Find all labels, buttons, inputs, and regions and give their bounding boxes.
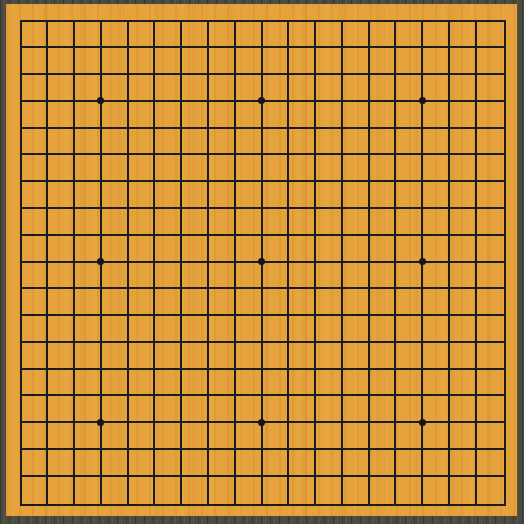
- grid-cell: [102, 48, 129, 75]
- grid-cell: [48, 155, 75, 182]
- grid-cell: [396, 236, 423, 263]
- grid-cell: [48, 48, 75, 75]
- grid-cell: [396, 316, 423, 343]
- grid-cell: [236, 423, 263, 450]
- grid-cell: [316, 209, 343, 236]
- grid-cell: [129, 22, 156, 49]
- grid-cell: [343, 209, 370, 236]
- grid-cell: [209, 316, 236, 343]
- grid-cell: [236, 370, 263, 397]
- grid-cell: [22, 423, 49, 450]
- grid-cell: [477, 22, 504, 49]
- grid-cell: [289, 450, 316, 477]
- grid-cell: [129, 48, 156, 75]
- grid-cell: [450, 129, 477, 156]
- grid-cell: [423, 129, 450, 156]
- grid-cell: [155, 75, 182, 102]
- grid-cell: [477, 370, 504, 397]
- grid-cell: [102, 236, 129, 263]
- grid-cell: [289, 236, 316, 263]
- grid-cell: [75, 22, 102, 49]
- grid-cell: [182, 182, 209, 209]
- grid-cell: [263, 450, 290, 477]
- grid-cell: [450, 48, 477, 75]
- grid-cell: [477, 236, 504, 263]
- grid-cell: [423, 155, 450, 182]
- grid-cell: [22, 343, 49, 370]
- grid-cell: [450, 343, 477, 370]
- grid-cell: [263, 22, 290, 49]
- grid-cell: [477, 263, 504, 290]
- grid-cell: [316, 370, 343, 397]
- grid-cell: [316, 48, 343, 75]
- grid-cell: [316, 396, 343, 423]
- grid-cell: [48, 209, 75, 236]
- grid-cell: [155, 370, 182, 397]
- grid-cell: [289, 75, 316, 102]
- grid-cell: [75, 289, 102, 316]
- grid-cell: [423, 316, 450, 343]
- grid-cell: [182, 48, 209, 75]
- grid-cell: [209, 289, 236, 316]
- grid-cell: [22, 370, 49, 397]
- grid-cell: [289, 155, 316, 182]
- grid-cell: [75, 450, 102, 477]
- grid-cell: [450, 155, 477, 182]
- grid-cell: [343, 75, 370, 102]
- grid-cell: [450, 236, 477, 263]
- grid-cell: [316, 236, 343, 263]
- grid-cell: [129, 450, 156, 477]
- grid-cell: [182, 263, 209, 290]
- grid-cell: [370, 450, 397, 477]
- grid-cell: [423, 343, 450, 370]
- grid-cell: [129, 343, 156, 370]
- grid-cell: [477, 75, 504, 102]
- grid-cell: [316, 450, 343, 477]
- grid-cell: [289, 102, 316, 129]
- grid-cell: [48, 477, 75, 504]
- grid-cell: [155, 450, 182, 477]
- grid-cell: [396, 22, 423, 49]
- grid-cell: [477, 289, 504, 316]
- grid-cell: [48, 22, 75, 49]
- grid-cell: [102, 209, 129, 236]
- grid-cell: [263, 423, 290, 450]
- grid-cell: [263, 316, 290, 343]
- grid-cell: [289, 423, 316, 450]
- grid-cell: [370, 343, 397, 370]
- grid-cell: [75, 102, 102, 129]
- grid-cell: [370, 263, 397, 290]
- grid-cell: [450, 370, 477, 397]
- grid-cell: [316, 75, 343, 102]
- grid-cell: [236, 396, 263, 423]
- grid-cell: [263, 289, 290, 316]
- grid-cell: [22, 289, 49, 316]
- grid-cell: [129, 155, 156, 182]
- grid-cell: [102, 263, 129, 290]
- grid-cell: [370, 182, 397, 209]
- grid-cell: [209, 182, 236, 209]
- grid-cell: [236, 450, 263, 477]
- grid-cell: [263, 477, 290, 504]
- grid-cell: [182, 396, 209, 423]
- grid-cell: [129, 370, 156, 397]
- grid-cell: [182, 129, 209, 156]
- grid-cell: [22, 477, 49, 504]
- grid-cell: [423, 22, 450, 49]
- grid-cell: [289, 289, 316, 316]
- grid-cell: [343, 370, 370, 397]
- grid-cell: [209, 263, 236, 290]
- grid-cell: [343, 316, 370, 343]
- grid-cell: [396, 477, 423, 504]
- grid-cell: [22, 22, 49, 49]
- grid-cell: [102, 316, 129, 343]
- grid-cell: [477, 102, 504, 129]
- grid-cell: [22, 450, 49, 477]
- grid-cell: [423, 75, 450, 102]
- grid-cell: [370, 209, 397, 236]
- grid-cell: [129, 129, 156, 156]
- grid-cell: [182, 289, 209, 316]
- grid-cell: [450, 396, 477, 423]
- grid-cell: [209, 450, 236, 477]
- grid-cell: [263, 182, 290, 209]
- grid-cell: [209, 48, 236, 75]
- grid-cell: [343, 236, 370, 263]
- grid-cell: [182, 370, 209, 397]
- grid: [20, 20, 506, 506]
- grid-cell: [236, 182, 263, 209]
- grid-cell: [423, 236, 450, 263]
- grid-cell: [48, 423, 75, 450]
- grid-cell: [396, 450, 423, 477]
- grid-cell: [263, 343, 290, 370]
- grid-cell: [289, 343, 316, 370]
- grid-cell: [343, 48, 370, 75]
- grid-cell: [450, 477, 477, 504]
- grid-cell: [209, 129, 236, 156]
- grid-cell: [450, 263, 477, 290]
- grid-cell: [423, 182, 450, 209]
- grid-cell: [423, 263, 450, 290]
- grid-cell: [370, 48, 397, 75]
- grid-cell: [343, 102, 370, 129]
- grid-cell: [450, 209, 477, 236]
- grid-cell: [263, 263, 290, 290]
- grid-cell: [423, 477, 450, 504]
- grid-cell: [236, 209, 263, 236]
- grid-cell: [102, 289, 129, 316]
- grid-cell: [370, 477, 397, 504]
- grid-cell: [75, 155, 102, 182]
- grid-cell: [316, 129, 343, 156]
- grid-cell: [316, 289, 343, 316]
- grid-cell: [22, 236, 49, 263]
- grid-cell: [75, 343, 102, 370]
- grid-cell: [129, 477, 156, 504]
- grid-cell: [236, 129, 263, 156]
- grid-cell: [263, 48, 290, 75]
- grid-cell: [48, 343, 75, 370]
- grid-cell: [263, 129, 290, 156]
- grid-cell: [423, 450, 450, 477]
- grid-cell: [343, 423, 370, 450]
- grid-cell: [102, 450, 129, 477]
- grid-cell: [370, 155, 397, 182]
- grid-cell: [182, 155, 209, 182]
- grid-cell: [129, 263, 156, 290]
- grid-cell: [450, 316, 477, 343]
- grid-cell: [155, 102, 182, 129]
- grid-cell: [22, 48, 49, 75]
- grid-cell: [343, 289, 370, 316]
- grid-cell: [396, 48, 423, 75]
- grid-cell: [450, 182, 477, 209]
- grid-cell: [129, 209, 156, 236]
- grid-cell: [182, 236, 209, 263]
- grid-cell: [102, 477, 129, 504]
- grid-cell: [102, 129, 129, 156]
- grid-cell: [182, 477, 209, 504]
- grid-cell: [22, 209, 49, 236]
- grid-cell: [289, 396, 316, 423]
- grid-cell: [48, 102, 75, 129]
- grid-cell: [236, 343, 263, 370]
- grid-cell: [155, 182, 182, 209]
- grid-cell: [370, 316, 397, 343]
- grid-cell: [102, 370, 129, 397]
- grid-cell: [48, 236, 75, 263]
- grid-cell: [396, 370, 423, 397]
- grid-cell: [209, 75, 236, 102]
- grid-cell: [75, 423, 102, 450]
- grid-cell: [129, 102, 156, 129]
- grid-cell: [263, 102, 290, 129]
- grid-cell: [289, 209, 316, 236]
- grid-cell: [316, 155, 343, 182]
- grid-cell: [102, 343, 129, 370]
- grid-cell: [370, 423, 397, 450]
- grid-cell: [182, 423, 209, 450]
- grid-cell: [316, 423, 343, 450]
- grid-cell: [423, 396, 450, 423]
- grid-cell: [396, 182, 423, 209]
- grid-cell: [423, 102, 450, 129]
- grid-cell: [450, 102, 477, 129]
- grid-cell: [209, 477, 236, 504]
- grid-cell: [396, 343, 423, 370]
- grid-cell: [236, 75, 263, 102]
- grid-cell: [343, 22, 370, 49]
- grid-cell: [102, 396, 129, 423]
- grid-cell: [182, 75, 209, 102]
- grid-cell: [48, 75, 75, 102]
- grid-cell: [155, 48, 182, 75]
- grid-cell: [22, 263, 49, 290]
- grid-cell: [155, 209, 182, 236]
- grid-cell: [75, 48, 102, 75]
- grid-cell: [396, 75, 423, 102]
- grid-cell: [75, 129, 102, 156]
- grid-cell: [209, 370, 236, 397]
- grid-cell: [477, 209, 504, 236]
- grid-cell: [316, 22, 343, 49]
- grid-cell: [477, 48, 504, 75]
- grid-cell: [155, 22, 182, 49]
- grid-cell: [155, 343, 182, 370]
- grid-cell: [129, 236, 156, 263]
- grid-cell: [236, 263, 263, 290]
- grid-cell: [155, 289, 182, 316]
- grid-cell: [263, 75, 290, 102]
- grid-cell: [423, 289, 450, 316]
- grid-cell: [75, 477, 102, 504]
- grid-cell: [102, 155, 129, 182]
- grid-cell: [396, 155, 423, 182]
- grid-cell: [155, 155, 182, 182]
- grid-cell: [370, 236, 397, 263]
- grid-cell: [155, 396, 182, 423]
- grid-cell: [423, 48, 450, 75]
- grid-cell: [477, 316, 504, 343]
- grid-cell: [423, 370, 450, 397]
- grid-cell: [289, 129, 316, 156]
- grid-cell: [289, 477, 316, 504]
- grid-cell: [477, 450, 504, 477]
- grid-cell: [209, 155, 236, 182]
- grid-cell: [182, 450, 209, 477]
- grid-cell: [48, 129, 75, 156]
- grid-cell: [155, 263, 182, 290]
- grid-cell: [129, 75, 156, 102]
- grid-cell: [477, 343, 504, 370]
- grid-cell: [209, 396, 236, 423]
- grid-cell: [289, 48, 316, 75]
- grid-cell: [396, 423, 423, 450]
- grid-cell: [450, 289, 477, 316]
- grid-cell: [289, 182, 316, 209]
- grid-cell: [102, 22, 129, 49]
- grid-cell: [155, 129, 182, 156]
- grid-cell: [370, 370, 397, 397]
- grid-cell: [316, 102, 343, 129]
- grid-cell: [289, 316, 316, 343]
- grid-cell: [343, 129, 370, 156]
- grid-cell: [423, 423, 450, 450]
- grid-cell: [48, 182, 75, 209]
- grid-cell: [75, 263, 102, 290]
- grid-cell: [236, 22, 263, 49]
- grid-cell: [209, 236, 236, 263]
- grid-cell: [236, 155, 263, 182]
- grid-cell: [75, 182, 102, 209]
- grid-cell: [48, 263, 75, 290]
- grid-cell: [182, 209, 209, 236]
- grid-cell: [129, 316, 156, 343]
- grid-cell: [477, 477, 504, 504]
- grid-cell: [370, 396, 397, 423]
- grid-cell: [263, 370, 290, 397]
- grid-cell: [370, 75, 397, 102]
- grid-cell: [236, 289, 263, 316]
- grid-cell: [209, 209, 236, 236]
- grid-cell: [450, 22, 477, 49]
- grid-cell: [450, 450, 477, 477]
- grid-cell: [370, 129, 397, 156]
- grid-cell: [316, 182, 343, 209]
- grid-cell: [22, 155, 49, 182]
- grid-cell: [155, 236, 182, 263]
- grid-cell: [182, 22, 209, 49]
- grid-cell: [22, 396, 49, 423]
- grid-cell: [316, 343, 343, 370]
- grid-cell: [48, 289, 75, 316]
- grid-cell: [209, 22, 236, 49]
- grid-cell: [22, 102, 49, 129]
- grid-cell: [129, 289, 156, 316]
- grid-cell: [22, 182, 49, 209]
- grid-cell: [22, 129, 49, 156]
- grid-cell: [236, 48, 263, 75]
- grid-cell: [236, 477, 263, 504]
- grid-cell: [263, 396, 290, 423]
- grid-cell: [289, 370, 316, 397]
- grid-cell: [22, 75, 49, 102]
- grid-cell: [263, 155, 290, 182]
- grid-cell: [316, 263, 343, 290]
- go-board[interactable]: [6, 4, 517, 516]
- grid-cell: [182, 316, 209, 343]
- grid-cell: [423, 209, 450, 236]
- grid-cell: [182, 102, 209, 129]
- grid-cell: [343, 263, 370, 290]
- grid-cell: [48, 450, 75, 477]
- grid-cell: [75, 236, 102, 263]
- grid-cell: [236, 316, 263, 343]
- grid-cell: [209, 102, 236, 129]
- grid-cell: [75, 316, 102, 343]
- grid-cell: [343, 477, 370, 504]
- grid-cell: [75, 396, 102, 423]
- grid-cell: [396, 209, 423, 236]
- grid-cell: [450, 423, 477, 450]
- grid-cell: [370, 289, 397, 316]
- go-board-frame: [0, 0, 524, 524]
- grid-cell: [289, 263, 316, 290]
- grid-cell: [102, 182, 129, 209]
- grid-cell: [102, 423, 129, 450]
- grid-cell: [343, 396, 370, 423]
- grid-cell: [477, 129, 504, 156]
- grid-cell: [370, 102, 397, 129]
- grid-cell: [396, 289, 423, 316]
- grid-cell: [396, 396, 423, 423]
- grid-cell: [48, 396, 75, 423]
- grid-cell: [75, 370, 102, 397]
- grid-cell: [209, 343, 236, 370]
- grid-cell: [477, 396, 504, 423]
- grid-cell: [102, 75, 129, 102]
- grid-cell: [396, 263, 423, 290]
- grid-cell: [129, 423, 156, 450]
- grid-cell: [263, 209, 290, 236]
- grid-cell: [129, 182, 156, 209]
- grid-cell: [236, 102, 263, 129]
- grid-cell: [22, 316, 49, 343]
